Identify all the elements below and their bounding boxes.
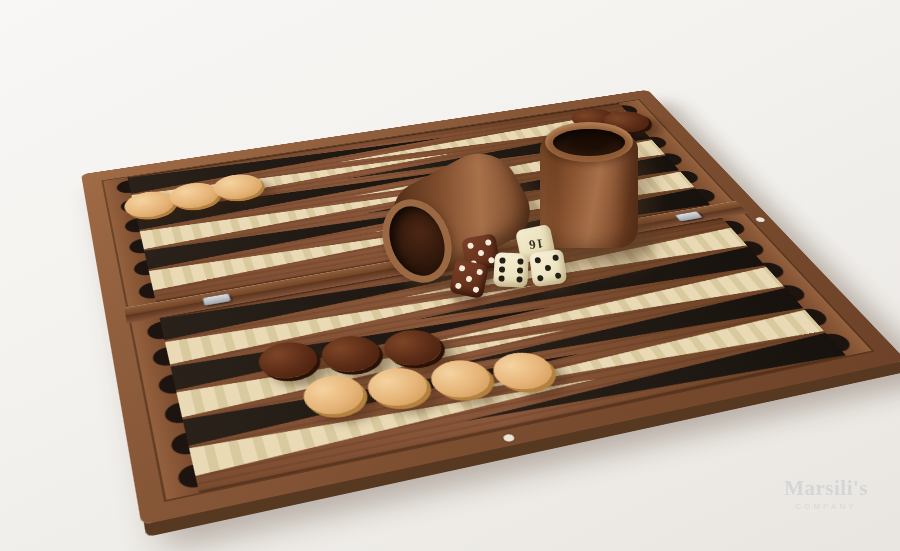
die-pip: [517, 259, 523, 265]
die-pip: [537, 274, 544, 281]
die-ivory[interactable]: [493, 252, 529, 288]
die-pip: [499, 266, 505, 272]
die-pip: [500, 258, 506, 264]
die-pip: [476, 269, 483, 276]
watermark-company: COMPANY: [784, 502, 868, 511]
die-pip: [552, 255, 559, 262]
dice-cup-opening: [553, 129, 625, 156]
doubling-cube-value: 16: [527, 235, 544, 253]
die-pip: [478, 250, 485, 257]
die-pip: [535, 257, 542, 264]
die-pip: [485, 239, 492, 246]
die-pip: [516, 267, 522, 273]
die-pip: [545, 265, 552, 272]
dice-cup-upright[interactable]: [536, 122, 642, 248]
scene: 16 Marsili's COMPANY: [0, 0, 900, 551]
die-pip: [516, 276, 522, 282]
die-pip: [459, 265, 466, 272]
watermark: Marsili's COMPANY: [784, 476, 868, 511]
die-brown[interactable]: [449, 259, 489, 299]
props-layer: 16: [0, 0, 900, 551]
die-pip: [455, 282, 462, 289]
die-pip: [472, 286, 479, 293]
die-pip: [499, 275, 505, 281]
die-pip: [554, 272, 561, 279]
die-ivory[interactable]: [529, 249, 567, 287]
die-pip: [467, 242, 474, 249]
die-pip: [465, 275, 472, 282]
watermark-brand: Marsili's: [784, 476, 868, 501]
